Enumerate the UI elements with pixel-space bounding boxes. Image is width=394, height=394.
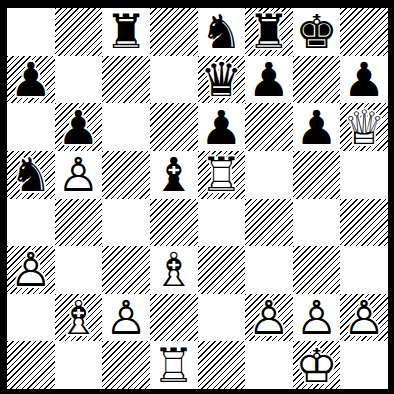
square-f8[interactable]: ♜ bbox=[245, 8, 293, 56]
white-queen[interactable]: ♛♕ bbox=[340, 103, 388, 151]
piece-outline-glyph: ♖ bbox=[150, 341, 198, 389]
square-h3[interactable] bbox=[340, 246, 388, 294]
square-d7[interactable] bbox=[150, 56, 198, 104]
white-bishop[interactable]: ♝♗ bbox=[150, 246, 198, 294]
square-d5[interactable]: ♝ bbox=[150, 151, 198, 199]
square-e1[interactable] bbox=[198, 341, 246, 389]
square-d1[interactable]: ♜♖ bbox=[150, 341, 198, 389]
piece-outline-glyph: ♙ bbox=[55, 151, 103, 199]
square-a2[interactable] bbox=[7, 294, 55, 342]
square-d3[interactable]: ♝♗ bbox=[150, 246, 198, 294]
black-bishop[interactable]: ♝ bbox=[150, 151, 198, 199]
piece-outline-glyph: ♕ bbox=[340, 103, 388, 151]
square-f7[interactable]: ♟ bbox=[245, 56, 293, 104]
white-pawn[interactable]: ♟♙ bbox=[293, 294, 341, 342]
piece-glyph: ♟ bbox=[7, 56, 55, 104]
square-f6[interactable] bbox=[245, 103, 293, 151]
black-knight[interactable]: ♞ bbox=[198, 8, 246, 56]
square-h1[interactable] bbox=[340, 341, 388, 389]
piece-glyph: ♜ bbox=[102, 8, 150, 56]
square-h5[interactable] bbox=[340, 151, 388, 199]
square-a5[interactable]: ♞ bbox=[7, 151, 55, 199]
square-e5[interactable]: ♜♖ bbox=[198, 151, 246, 199]
white-rook[interactable]: ♜♖ bbox=[198, 151, 246, 199]
black-pawn[interactable]: ♟ bbox=[340, 56, 388, 104]
white-pawn[interactable]: ♟♙ bbox=[7, 246, 55, 294]
square-a3[interactable]: ♟♙ bbox=[7, 246, 55, 294]
black-pawn[interactable]: ♟ bbox=[293, 103, 341, 151]
piece-glyph: ♜ bbox=[245, 8, 293, 56]
square-e6[interactable]: ♟ bbox=[198, 103, 246, 151]
square-h8[interactable] bbox=[340, 8, 388, 56]
square-h4[interactable] bbox=[340, 199, 388, 247]
square-f1[interactable] bbox=[245, 341, 293, 389]
black-queen[interactable]: ♛ bbox=[198, 56, 246, 104]
piece-glyph: ♚ bbox=[293, 8, 341, 56]
white-king[interactable]: ♚♔ bbox=[293, 341, 341, 389]
square-e7[interactable]: ♛ bbox=[198, 56, 246, 104]
piece-outline-glyph: ♙ bbox=[102, 294, 150, 342]
piece-glyph: ♞ bbox=[198, 8, 246, 56]
square-e4[interactable] bbox=[198, 199, 246, 247]
square-c8[interactable]: ♜ bbox=[102, 8, 150, 56]
piece-glyph: ♟ bbox=[293, 103, 341, 151]
square-c3[interactable] bbox=[102, 246, 150, 294]
square-g1[interactable]: ♚♔ bbox=[293, 341, 341, 389]
piece-glyph: ♞ bbox=[7, 151, 55, 199]
square-g5[interactable] bbox=[293, 151, 341, 199]
square-h7[interactable]: ♟ bbox=[340, 56, 388, 104]
piece-glyph: ♟ bbox=[340, 56, 388, 104]
square-b3[interactable] bbox=[55, 246, 103, 294]
square-f4[interactable] bbox=[245, 199, 293, 247]
square-c7[interactable] bbox=[102, 56, 150, 104]
piece-outline-glyph: ♔ bbox=[293, 341, 341, 389]
white-bishop[interactable]: ♝♗ bbox=[55, 294, 103, 342]
square-f2[interactable]: ♟♙ bbox=[245, 294, 293, 342]
white-rook[interactable]: ♜♖ bbox=[150, 341, 198, 389]
square-a6[interactable] bbox=[7, 103, 55, 151]
square-e8[interactable]: ♞ bbox=[198, 8, 246, 56]
piece-outline-glyph: ♖ bbox=[198, 151, 246, 199]
piece-glyph: ♟ bbox=[245, 56, 293, 104]
piece-outline-glyph: ♙ bbox=[340, 294, 388, 342]
piece-glyph: ♟ bbox=[198, 103, 246, 151]
square-c2[interactable]: ♟♙ bbox=[102, 294, 150, 342]
square-d8[interactable] bbox=[150, 8, 198, 56]
black-knight[interactable]: ♞ bbox=[7, 151, 55, 199]
square-b4[interactable] bbox=[55, 199, 103, 247]
piece-glyph: ♝ bbox=[150, 151, 198, 199]
square-d4[interactable] bbox=[150, 199, 198, 247]
square-f3[interactable] bbox=[245, 246, 293, 294]
black-pawn[interactable]: ♟ bbox=[7, 56, 55, 104]
square-b8[interactable] bbox=[55, 8, 103, 56]
square-h6[interactable]: ♛♕ bbox=[340, 103, 388, 151]
board-frame: ♜♞♜♚♟♛♟♟♟♟♟♛♕♞♟♙♝♜♖♟♙♝♗♝♗♟♙♟♙♟♙♟♙♜♖♚♔ bbox=[0, 0, 394, 394]
square-g7[interactable] bbox=[293, 56, 341, 104]
square-a4[interactable] bbox=[7, 199, 55, 247]
square-g2[interactable]: ♟♙ bbox=[293, 294, 341, 342]
black-pawn[interactable]: ♟ bbox=[198, 103, 246, 151]
square-h2[interactable]: ♟♙ bbox=[340, 294, 388, 342]
piece-glyph: ♛ bbox=[198, 56, 246, 104]
piece-outline-glyph: ♗ bbox=[55, 294, 103, 342]
square-a8[interactable] bbox=[7, 8, 55, 56]
black-pawn[interactable]: ♟ bbox=[55, 103, 103, 151]
black-rook[interactable]: ♜ bbox=[245, 8, 293, 56]
square-g3[interactable] bbox=[293, 246, 341, 294]
square-e2[interactable] bbox=[198, 294, 246, 342]
square-b6[interactable]: ♟ bbox=[55, 103, 103, 151]
piece-outline-glyph: ♙ bbox=[293, 294, 341, 342]
piece-outline-glyph: ♙ bbox=[245, 294, 293, 342]
white-pawn[interactable]: ♟♙ bbox=[55, 151, 103, 199]
square-g8[interactable]: ♚ bbox=[293, 8, 341, 56]
square-a1[interactable] bbox=[7, 341, 55, 389]
square-f5[interactable] bbox=[245, 151, 293, 199]
square-g4[interactable] bbox=[293, 199, 341, 247]
white-pawn[interactable]: ♟♙ bbox=[340, 294, 388, 342]
square-c1[interactable] bbox=[102, 341, 150, 389]
square-c6[interactable] bbox=[102, 103, 150, 151]
square-b2[interactable]: ♝♗ bbox=[55, 294, 103, 342]
black-pawn[interactable]: ♟ bbox=[245, 56, 293, 104]
square-b5[interactable]: ♟♙ bbox=[55, 151, 103, 199]
square-c5[interactable] bbox=[102, 151, 150, 199]
piece-outline-glyph: ♗ bbox=[150, 246, 198, 294]
white-pawn[interactable]: ♟♙ bbox=[102, 294, 150, 342]
black-rook[interactable]: ♜ bbox=[102, 8, 150, 56]
square-g6[interactable]: ♟ bbox=[293, 103, 341, 151]
piece-outline-glyph: ♙ bbox=[7, 246, 55, 294]
white-pawn[interactable]: ♟♙ bbox=[245, 294, 293, 342]
square-b1[interactable] bbox=[55, 341, 103, 389]
square-d2[interactable] bbox=[150, 294, 198, 342]
piece-glyph: ♟ bbox=[55, 103, 103, 151]
square-a7[interactable]: ♟ bbox=[7, 56, 55, 104]
square-d6[interactable] bbox=[150, 103, 198, 151]
chess-board: ♜♞♜♚♟♛♟♟♟♟♟♛♕♞♟♙♝♜♖♟♙♝♗♝♗♟♙♟♙♟♙♟♙♜♖♚♔ bbox=[7, 8, 388, 389]
square-b7[interactable] bbox=[55, 56, 103, 104]
black-king[interactable]: ♚ bbox=[293, 8, 341, 56]
square-e3[interactable] bbox=[198, 246, 246, 294]
square-c4[interactable] bbox=[102, 199, 150, 247]
